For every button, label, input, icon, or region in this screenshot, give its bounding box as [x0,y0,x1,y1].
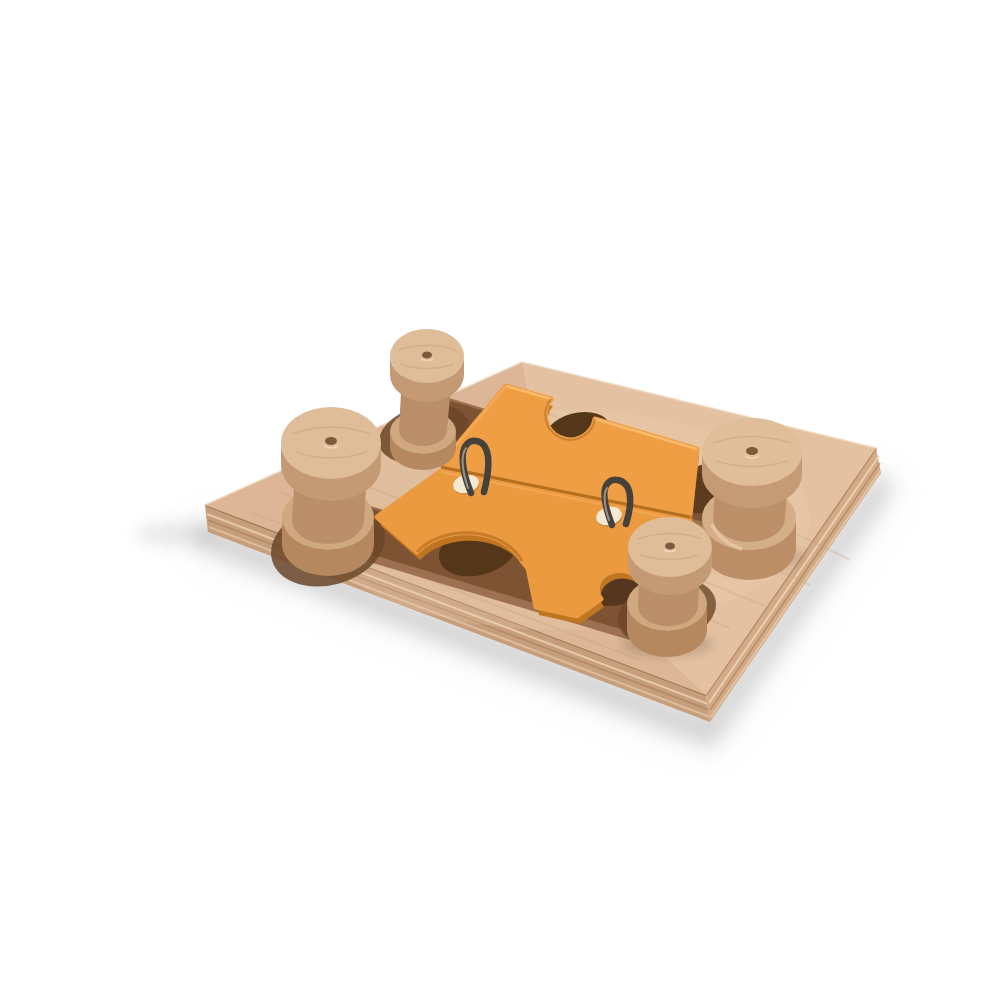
peg-top-hole [325,437,337,445]
peg-top-hole [746,447,758,455]
peg-top-hole [665,543,675,550]
peg-top-hole [422,352,432,359]
puzzle-board-photo [0,0,1000,1000]
product-photo-scene: Overhead angled photo of a wooden intera… [0,0,1000,1000]
